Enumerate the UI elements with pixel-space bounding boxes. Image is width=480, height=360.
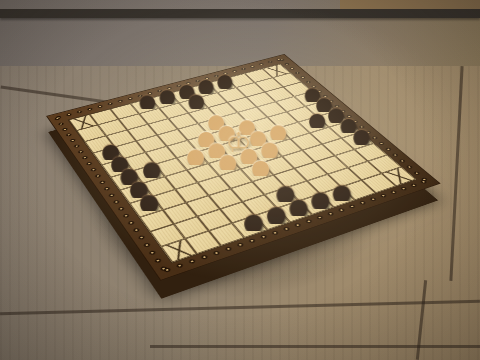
attacker-piece[interactable]: ●: [139, 191, 159, 215]
attacker-piece[interactable]: ●: [159, 86, 176, 106]
plank-edge: [340, 0, 480, 9]
attacker-piece[interactable]: ●: [266, 203, 287, 227]
defender-piece[interactable]: ●: [186, 145, 205, 167]
attacker-piece[interactable]: ●: [243, 210, 264, 235]
defender-piece[interactable]: ●: [251, 157, 270, 180]
attacker-piece[interactable]: ●: [310, 188, 330, 212]
table-scene: ╳●●●●●╳●●●●●●●●●●●●●♔●●●●●●●●●●●●●╳●●●●●…: [0, 0, 480, 360]
attacker-piece[interactable]: ●: [332, 181, 352, 205]
attacker-piece[interactable]: ●: [353, 126, 372, 148]
plank-gap: [0, 9, 480, 18]
corner-escape-mark: ╳: [167, 241, 191, 259]
attacker-piece[interactable]: ●: [308, 110, 326, 131]
table-plank-seam: [150, 345, 480, 348]
attacker-piece[interactable]: ●: [217, 71, 234, 91]
corner-escape-mark: ╳: [387, 169, 411, 184]
attacker-piece[interactable]: ●: [139, 92, 157, 112]
defender-piece[interactable]: ●: [218, 151, 237, 174]
attacker-piece[interactable]: ●: [289, 195, 310, 219]
attacker-piece[interactable]: ●: [188, 91, 205, 111]
